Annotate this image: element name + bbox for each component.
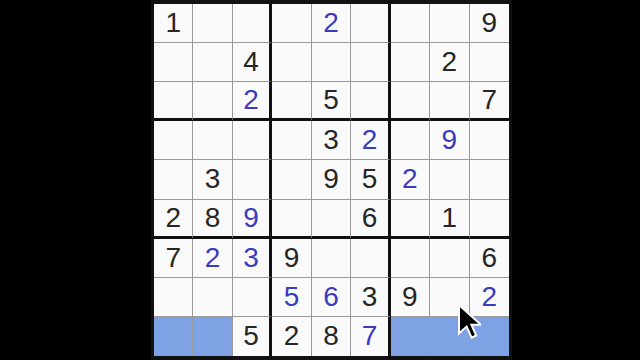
given-digit: 5 [362, 165, 378, 193]
cell-r9c8[interactable] [430, 317, 469, 356]
cell-r4c1[interactable] [154, 121, 193, 160]
entry-digit: 2 [323, 9, 339, 37]
cell-r6c7[interactable] [391, 200, 430, 239]
cell-r2c4[interactable] [272, 43, 311, 82]
cell-r2c6[interactable] [351, 43, 390, 82]
given-digit: 5 [323, 86, 339, 114]
cell-r3c3[interactable]: 2 [233, 82, 272, 121]
cell-r9c4[interactable]: 2 [272, 317, 311, 356]
cell-r1c9[interactable]: 9 [470, 4, 509, 43]
cell-r3c8[interactable] [430, 82, 469, 121]
cell-r3c2[interactable] [193, 82, 232, 121]
cell-r9c7[interactable] [391, 317, 430, 356]
entry-digit: 7 [362, 322, 378, 350]
entry-digit: 2 [362, 126, 378, 154]
entry-digit: 2 [243, 86, 259, 114]
cell-r7c4[interactable]: 9 [272, 239, 311, 278]
cell-r3c9[interactable]: 7 [470, 82, 509, 121]
sudoku-board: 1294225732939522896172396563925287 [151, 0, 512, 360]
cell-r7c6[interactable] [351, 239, 390, 278]
cell-r6c2[interactable]: 8 [193, 200, 232, 239]
cell-r6c3[interactable]: 9 [233, 200, 272, 239]
given-digit: 9 [481, 9, 497, 37]
cell-r9c6[interactable]: 7 [351, 317, 390, 356]
cell-r4c3[interactable] [233, 121, 272, 160]
given-digit: 3 [205, 165, 221, 193]
cell-r6c4[interactable] [272, 200, 311, 239]
cell-r5c8[interactable] [430, 160, 469, 199]
cell-r4c2[interactable] [193, 121, 232, 160]
cell-r8c1[interactable] [154, 278, 193, 317]
cell-r6c6[interactable]: 6 [351, 200, 390, 239]
cell-r8c9[interactable]: 2 [470, 278, 509, 317]
entry-digit: 3 [243, 244, 259, 272]
entry-digit: 2 [402, 165, 418, 193]
given-digit: 7 [481, 86, 497, 114]
cell-r5c9[interactable] [470, 160, 509, 199]
cell-r6c8[interactable]: 1 [430, 200, 469, 239]
cell-r9c3[interactable]: 5 [233, 317, 272, 356]
cell-r5c1[interactable] [154, 160, 193, 199]
cell-r4c7[interactable] [391, 121, 430, 160]
cell-r9c5[interactable]: 8 [312, 317, 351, 356]
cell-r4c5[interactable]: 3 [312, 121, 351, 160]
cell-r4c6[interactable]: 2 [351, 121, 390, 160]
cell-r1c1[interactable]: 1 [154, 4, 193, 43]
entry-digit: 9 [442, 126, 458, 154]
entry-digit: 9 [243, 204, 259, 232]
cell-r2c1[interactable] [154, 43, 193, 82]
given-digit: 6 [362, 204, 378, 232]
cell-r9c2[interactable] [193, 317, 232, 356]
given-digit: 1 [165, 9, 181, 37]
given-digit: 4 [243, 48, 259, 76]
cell-r5c7[interactable]: 2 [391, 160, 430, 199]
cell-r8c8[interactable] [430, 278, 469, 317]
cell-r2c3[interactable]: 4 [233, 43, 272, 82]
given-digit: 7 [165, 244, 181, 272]
cell-r8c2[interactable] [193, 278, 232, 317]
sudoku-stage: 1294225732939522896172396563925287 [0, 0, 640, 360]
cell-r5c5[interactable]: 9 [312, 160, 351, 199]
cell-r8c7[interactable]: 9 [391, 278, 430, 317]
cell-r2c5[interactable] [312, 43, 351, 82]
cell-r3c1[interactable] [154, 82, 193, 121]
cell-r8c4[interactable]: 5 [272, 278, 311, 317]
cell-r4c8[interactable]: 9 [430, 121, 469, 160]
cell-r3c6[interactable] [351, 82, 390, 121]
given-digit: 2 [284, 322, 300, 350]
cell-r7c5[interactable] [312, 239, 351, 278]
cell-r8c6[interactable]: 3 [351, 278, 390, 317]
cell-r7c7[interactable] [391, 239, 430, 278]
given-digit: 2 [442, 48, 458, 76]
cell-r5c6[interactable]: 5 [351, 160, 390, 199]
cell-r7c2[interactable]: 2 [193, 239, 232, 278]
cell-r1c8[interactable] [430, 4, 469, 43]
cell-r9c9[interactable] [470, 317, 509, 356]
cell-r8c5[interactable]: 6 [312, 278, 351, 317]
cell-r9c1[interactable] [154, 317, 193, 356]
cell-r2c9[interactable] [470, 43, 509, 82]
given-digit: 9 [284, 244, 300, 272]
given-digit: 3 [362, 283, 378, 311]
given-digit: 2 [165, 204, 181, 232]
given-digit: 1 [442, 204, 458, 232]
cell-r2c8[interactable]: 2 [430, 43, 469, 82]
cell-r8c3[interactable] [233, 278, 272, 317]
cell-r7c8[interactable] [430, 239, 469, 278]
entry-digit: 2 [205, 244, 221, 272]
cell-r1c7[interactable] [391, 4, 430, 43]
cell-r7c9[interactable]: 6 [470, 239, 509, 278]
cell-r7c3[interactable]: 3 [233, 239, 272, 278]
entry-digit: 2 [481, 283, 497, 311]
given-digit: 8 [205, 204, 221, 232]
cell-r1c2[interactable] [193, 4, 232, 43]
given-digit: 6 [481, 244, 497, 272]
cell-r6c1[interactable]: 2 [154, 200, 193, 239]
cell-r4c9[interactable] [470, 121, 509, 160]
cell-r1c4[interactable] [272, 4, 311, 43]
entry-digit: 6 [323, 283, 339, 311]
cell-r1c3[interactable] [233, 4, 272, 43]
cell-r1c5[interactable]: 2 [312, 4, 351, 43]
cell-r7c1[interactable]: 7 [154, 239, 193, 278]
cell-r5c2[interactable]: 3 [193, 160, 232, 199]
cell-r5c3[interactable] [233, 160, 272, 199]
cell-r3c7[interactable] [391, 82, 430, 121]
given-digit: 3 [323, 126, 339, 154]
cell-r1c6[interactable] [351, 4, 390, 43]
cell-r5c4[interactable] [272, 160, 311, 199]
cell-r4c4[interactable] [272, 121, 311, 160]
given-digit: 8 [323, 322, 339, 350]
entry-digit: 5 [284, 283, 300, 311]
cell-r2c7[interactable] [391, 43, 430, 82]
given-digit: 9 [402, 283, 418, 311]
given-digit: 9 [323, 165, 339, 193]
cell-r6c5[interactable] [312, 200, 351, 239]
cell-r3c4[interactable] [272, 82, 311, 121]
cell-r2c2[interactable] [193, 43, 232, 82]
cell-r3c5[interactable]: 5 [312, 82, 351, 121]
cell-r6c9[interactable] [470, 200, 509, 239]
given-digit: 5 [243, 322, 259, 350]
